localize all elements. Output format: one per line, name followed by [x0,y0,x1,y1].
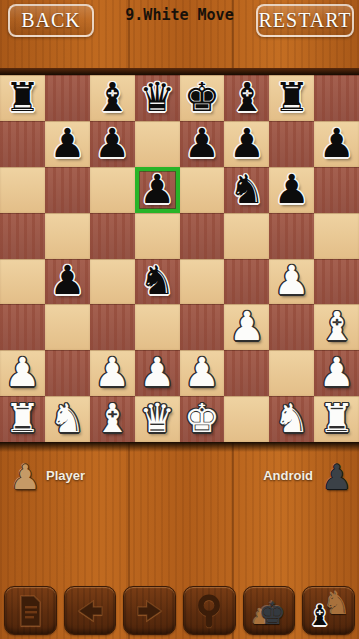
white-bishop: ♝ [94,398,130,438]
square-c1[interactable]: ♝ [90,396,135,442]
square-b8[interactable] [45,75,90,121]
black-knight: ♞ [229,169,265,209]
bishop-2d-icon: ♝ [307,602,332,630]
square-b1[interactable]: ♞ [45,396,90,442]
square-c3[interactable] [90,304,135,350]
square-c2[interactable]: ♟ [90,350,135,396]
square-g6[interactable]: ♟ [269,167,314,213]
square-h8[interactable] [314,75,359,121]
square-h4[interactable] [314,259,359,305]
square-g2[interactable] [269,350,314,396]
square-d7[interactable] [135,121,180,167]
top-bar: BACK 9.White Move RESTART [0,0,359,40]
square-b5[interactable] [45,213,90,259]
square-e3[interactable] [180,304,225,350]
king-figurine-icon: ♚ [259,598,287,629]
pieces-button[interactable]: ♟ ♚ [243,586,296,635]
square-h6[interactable] [314,167,359,213]
white-queen: ♛ [139,398,175,438]
square-e5[interactable] [180,213,225,259]
black-pawn: ♟ [229,123,265,163]
move-status-title: 9.White Move [125,6,233,24]
white-pawn: ♟ [184,352,220,392]
moves-list-button[interactable] [4,586,57,635]
white-pawn: ♟ [5,352,41,392]
bottom-toolbar: ♟ ♚ ♞ ♝ [4,586,355,635]
square-d6[interactable]: ♟ [135,167,180,213]
black-rook: ♜ [5,77,41,117]
square-d2[interactable]: ♟ [135,350,180,396]
arrow-right-icon [134,595,166,627]
white-king: ♚ [184,398,220,438]
square-g4[interactable]: ♟ [269,259,314,305]
square-g1[interactable]: ♞ [269,396,314,442]
board-top-edge [0,68,359,75]
square-e6[interactable] [180,167,225,213]
square-a5[interactable] [0,213,45,259]
square-d3[interactable] [135,304,180,350]
square-h7[interactable]: ♟ [314,121,359,167]
magnifier-icon [194,594,224,628]
square-b2[interactable] [45,350,90,396]
square-d4[interactable]: ♞ [135,259,180,305]
black-rook: ♜ [274,77,310,117]
black-bishop: ♝ [229,77,265,117]
square-h5[interactable] [314,213,359,259]
square-b6[interactable] [45,167,90,213]
undo-move-button[interactable] [64,586,117,635]
square-a1[interactable]: ♜ [0,396,45,442]
hint-button[interactable] [183,586,236,635]
square-f7[interactable]: ♟ [224,121,269,167]
black-pawn: ♟ [94,123,130,163]
square-b3[interactable] [45,304,90,350]
square-a6[interactable] [0,167,45,213]
square-a3[interactable] [0,304,45,350]
square-a8[interactable]: ♜ [0,75,45,121]
square-c8[interactable]: ♝ [90,75,135,121]
arrow-left-icon [74,595,106,627]
square-b4[interactable]: ♟ [45,259,90,305]
square-e4[interactable] [180,259,225,305]
square-f1[interactable] [224,396,269,442]
square-d8[interactable]: ♛ [135,75,180,121]
black-pawn: ♟ [274,169,310,209]
black-king: ♚ [184,77,220,117]
white-rook: ♜ [5,398,41,438]
player-pawn-figurine: ♟ [10,460,40,494]
square-c4[interactable] [90,259,135,305]
square-d1[interactable]: ♛ [135,396,180,442]
square-a4[interactable] [0,259,45,305]
square-g7[interactable] [269,121,314,167]
black-pawn: ♟ [184,123,220,163]
square-e7[interactable]: ♟ [180,121,225,167]
back-button[interactable]: BACK [8,4,94,37]
white-knight: ♞ [49,398,85,438]
square-f6[interactable]: ♞ [224,167,269,213]
board-bottom-edge [0,442,359,452]
white-pawn: ♟ [139,352,175,392]
square-e1[interactable]: ♚ [180,396,225,442]
redo-move-button[interactable] [123,586,176,635]
white-pawn: ♟ [319,352,355,392]
black-pawn: ♟ [49,260,85,300]
black-pawn: ♟ [49,123,85,163]
android-pawn-figurine: ♟ [322,460,352,494]
black-knight: ♞ [139,260,175,300]
black-queen: ♛ [139,77,175,117]
square-f8[interactable]: ♝ [224,75,269,121]
square-f4[interactable] [224,259,269,305]
square-f3[interactable]: ♟ [224,304,269,350]
square-a7[interactable] [0,121,45,167]
square-d5[interactable] [135,213,180,259]
square-f2[interactable] [224,350,269,396]
white-pawn: ♟ [94,352,130,392]
piece-style-button[interactable]: ♞ ♝ [302,586,355,635]
square-c5[interactable] [90,213,135,259]
black-bishop: ♝ [94,77,130,117]
square-c6[interactable] [90,167,135,213]
player-label: Player [46,468,85,483]
document-icon [17,595,44,627]
white-rook: ♜ [319,398,355,438]
square-h2[interactable]: ♟ [314,350,359,396]
black-pawn: ♟ [139,169,175,209]
square-g8[interactable]: ♜ [269,75,314,121]
square-e8[interactable]: ♚ [180,75,225,121]
white-knight: ♞ [274,398,310,438]
square-h1[interactable]: ♜ [314,396,359,442]
chess-app-screen: { "game": "chess", "app": { "title": "9.… [0,0,359,639]
white-bishop: ♝ [319,306,355,346]
square-f5[interactable] [224,213,269,259]
square-a2[interactable]: ♟ [0,350,45,396]
white-pawn: ♟ [229,306,265,346]
square-e2[interactable]: ♟ [180,350,225,396]
restart-button[interactable]: RESTART [256,4,354,37]
android-label: Android [263,468,313,483]
square-h3[interactable]: ♝ [314,304,359,350]
square-g3[interactable] [269,304,314,350]
white-pawn: ♟ [274,260,310,300]
square-g5[interactable] [269,213,314,259]
square-b7[interactable]: ♟ [45,121,90,167]
black-pawn: ♟ [319,123,355,163]
chess-board: ♜♝♛♚♝♜♟♟♟♟♟♟♞♟♟♞♟♟♝♟♟♟♟♟♜♞♝♛♚♞♜ [0,75,359,442]
square-c7[interactable]: ♟ [90,121,135,167]
